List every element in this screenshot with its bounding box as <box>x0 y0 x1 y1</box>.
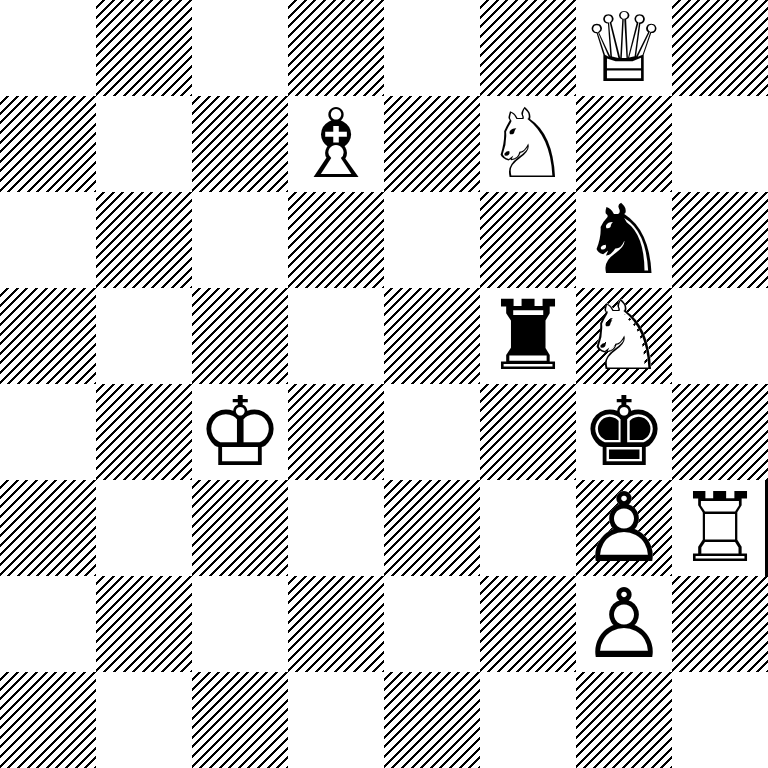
square-e7[interactable] <box>384 96 480 192</box>
square-c1[interactable] <box>192 672 288 768</box>
white-pawn: ♟♙ <box>576 480 672 576</box>
square-c7[interactable] <box>192 96 288 192</box>
white-queen-outline: ♕ <box>576 0 672 96</box>
white-knight: ♞♘ <box>576 288 672 384</box>
square-e3[interactable] <box>384 480 480 576</box>
white-bishop: ♝♗ <box>288 96 384 192</box>
square-d7[interactable]: ♝♗ <box>288 96 384 192</box>
square-h7[interactable] <box>672 96 768 192</box>
square-d1[interactable] <box>288 672 384 768</box>
square-b1[interactable] <box>96 672 192 768</box>
white-rook-outline: ♖ <box>672 480 768 576</box>
square-d4[interactable] <box>288 384 384 480</box>
square-h6[interactable] <box>672 192 768 288</box>
white-pawn: ♟♙ <box>576 576 672 672</box>
square-a7[interactable] <box>0 96 96 192</box>
square-d2[interactable] <box>288 576 384 672</box>
square-c5[interactable] <box>192 288 288 384</box>
square-g4[interactable]: ♚ <box>576 384 672 480</box>
white-rook: ♜♖ <box>672 480 768 576</box>
white-king: ♚♔ <box>192 384 288 480</box>
white-knight: ♞♘ <box>480 96 576 192</box>
square-a6[interactable] <box>0 192 96 288</box>
square-g7[interactable] <box>576 96 672 192</box>
square-h3[interactable]: ♜♖ <box>672 480 768 576</box>
black-knight: ♞ <box>576 192 672 288</box>
square-f3[interactable] <box>480 480 576 576</box>
square-e2[interactable] <box>384 576 480 672</box>
square-f4[interactable] <box>480 384 576 480</box>
square-a2[interactable] <box>0 576 96 672</box>
square-a5[interactable] <box>0 288 96 384</box>
square-b2[interactable] <box>96 576 192 672</box>
square-h5[interactable] <box>672 288 768 384</box>
square-h1[interactable] <box>672 672 768 768</box>
square-e8[interactable] <box>384 0 480 96</box>
black-king: ♚ <box>576 384 672 480</box>
chess-board: ♛♕♝♗♞♘♞♜♞♘♚♔♚♟♙♜♖♟♙ <box>0 0 768 768</box>
square-h2[interactable] <box>672 576 768 672</box>
square-c8[interactable] <box>192 0 288 96</box>
square-b4[interactable] <box>96 384 192 480</box>
square-g8[interactable]: ♛♕ <box>576 0 672 96</box>
square-e6[interactable] <box>384 192 480 288</box>
square-h8[interactable] <box>672 0 768 96</box>
white-queen: ♛♕ <box>576 0 672 96</box>
square-f8[interactable] <box>480 0 576 96</box>
square-c4[interactable]: ♚♔ <box>192 384 288 480</box>
square-g3[interactable]: ♟♙ <box>576 480 672 576</box>
square-f1[interactable] <box>480 672 576 768</box>
square-a1[interactable] <box>0 672 96 768</box>
square-a3[interactable] <box>0 480 96 576</box>
square-c6[interactable] <box>192 192 288 288</box>
square-g1[interactable] <box>576 672 672 768</box>
square-d6[interactable] <box>288 192 384 288</box>
black-rook: ♜ <box>480 288 576 384</box>
square-b8[interactable] <box>96 0 192 96</box>
white-knight-outline: ♘ <box>576 288 672 384</box>
square-b3[interactable] <box>96 480 192 576</box>
square-a4[interactable] <box>0 384 96 480</box>
square-b5[interactable] <box>96 288 192 384</box>
square-g6[interactable]: ♞ <box>576 192 672 288</box>
square-b7[interactable] <box>96 96 192 192</box>
white-knight-outline: ♘ <box>480 96 576 192</box>
square-f6[interactable] <box>480 192 576 288</box>
square-g5[interactable]: ♞♘ <box>576 288 672 384</box>
white-bishop-outline: ♗ <box>288 96 384 192</box>
white-pawn-outline: ♙ <box>576 480 672 576</box>
square-e5[interactable] <box>384 288 480 384</box>
square-c3[interactable] <box>192 480 288 576</box>
white-pawn-outline: ♙ <box>576 576 672 672</box>
square-f7[interactable]: ♞♘ <box>480 96 576 192</box>
square-f2[interactable] <box>480 576 576 672</box>
square-e4[interactable] <box>384 384 480 480</box>
white-king-outline: ♔ <box>192 384 288 480</box>
square-d8[interactable] <box>288 0 384 96</box>
square-b6[interactable] <box>96 192 192 288</box>
square-g2[interactable]: ♟♙ <box>576 576 672 672</box>
square-h4[interactable] <box>672 384 768 480</box>
square-a8[interactable] <box>0 0 96 96</box>
square-f5[interactable]: ♜ <box>480 288 576 384</box>
square-d5[interactable] <box>288 288 384 384</box>
square-d3[interactable] <box>288 480 384 576</box>
square-e1[interactable] <box>384 672 480 768</box>
square-c2[interactable] <box>192 576 288 672</box>
